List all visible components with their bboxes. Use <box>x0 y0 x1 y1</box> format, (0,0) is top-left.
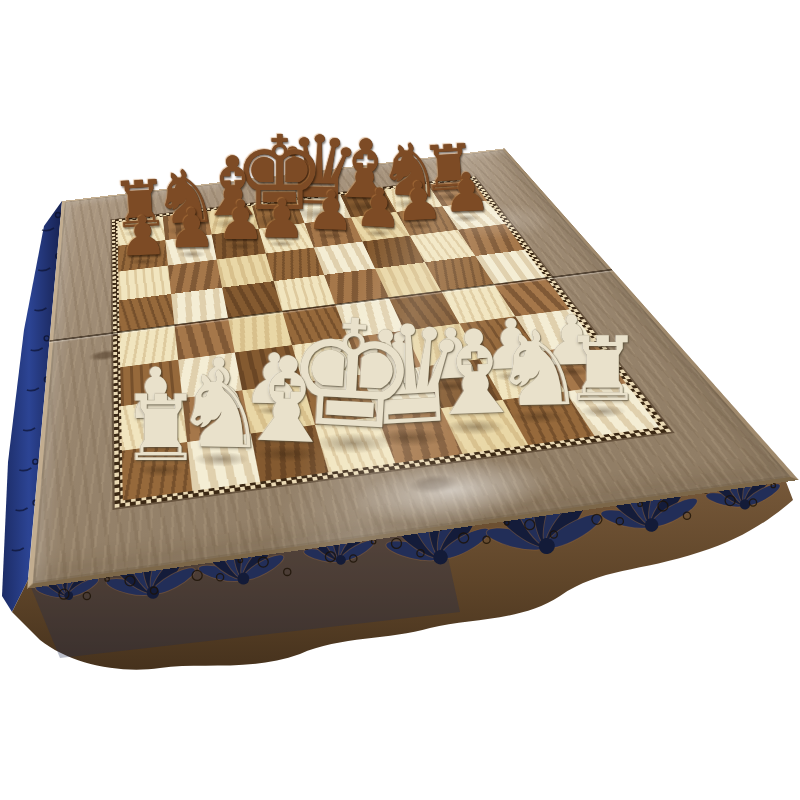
piece-black-pawn-d7[interactable]: ♟ <box>258 192 307 247</box>
piece-black-pawn-c7[interactable]: ♟ <box>217 195 265 249</box>
piece-black-pawn-h7[interactable]: ♟ <box>442 166 492 221</box>
piece-black-pawn-e7[interactable]: ♟ <box>306 184 356 239</box>
chess-set-photo: ♜♞♝♛♟♚♝♟♞♟♜♟♟♟♟♟♟♟♟♟♟♟♜♟♞♟♝♛♚♝♞♜ <box>0 0 800 800</box>
piece-black-pawn-b7[interactable]: ♟ <box>167 202 217 257</box>
piece-white-rook-a1[interactable]: ♜ <box>120 383 202 474</box>
piece-black-pawn-a7[interactable]: ♟ <box>118 209 169 265</box>
piece-black-pawn-f7[interactable]: ♟ <box>353 181 404 237</box>
